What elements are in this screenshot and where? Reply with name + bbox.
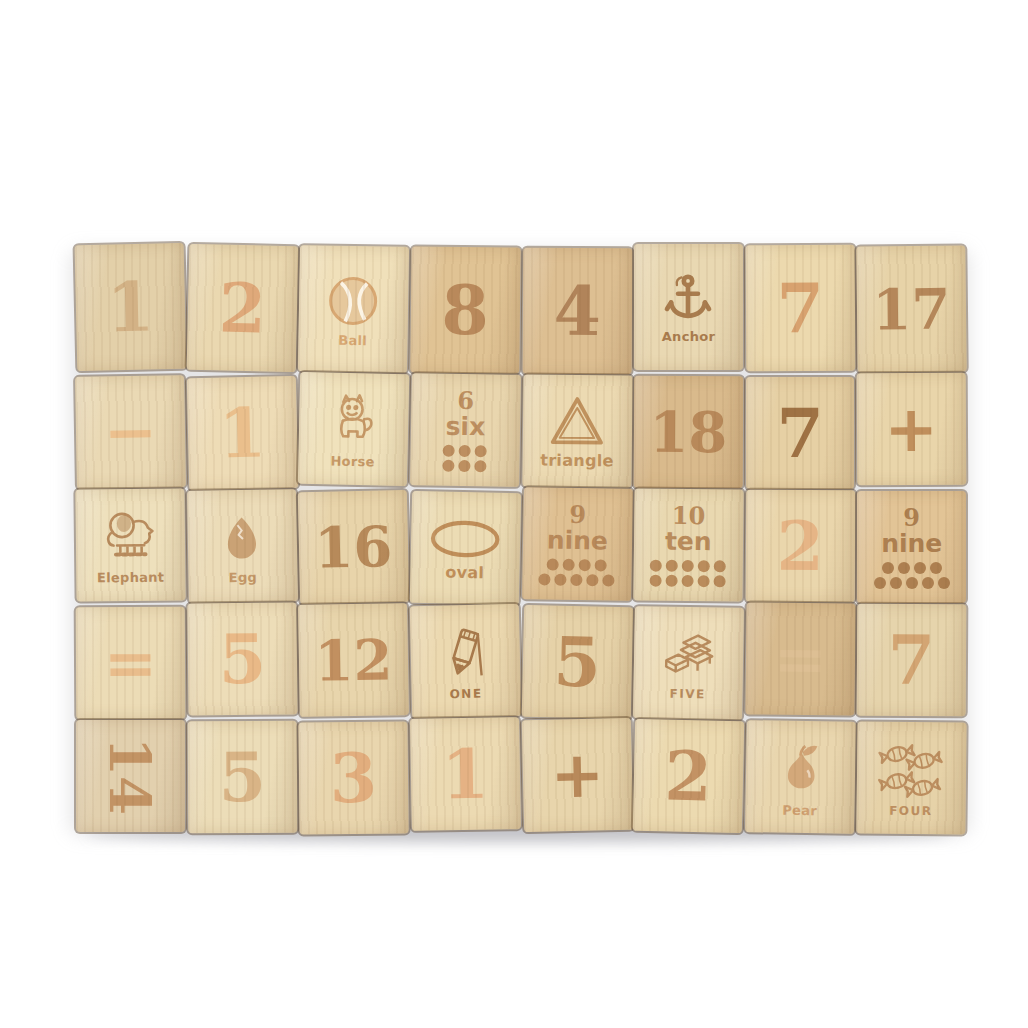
block-face: Elephant bbox=[96, 506, 164, 585]
block-face: 1 bbox=[218, 398, 267, 467]
block-r3c2[interactable]: Egg bbox=[187, 489, 297, 603]
dot bbox=[570, 573, 582, 585]
dot bbox=[698, 575, 710, 587]
block-r3c5[interactable]: 9nine bbox=[522, 487, 632, 601]
block-r2c2[interactable]: 1 bbox=[186, 376, 297, 490]
block-r1c2[interactable]: 2 bbox=[186, 244, 297, 372]
count-word: nine bbox=[546, 527, 608, 553]
block-r3c7[interactable]: 2 bbox=[745, 490, 854, 603]
count-numeral: 9 bbox=[569, 502, 586, 526]
count-numeral: 6 bbox=[457, 388, 474, 412]
ball-icon bbox=[323, 271, 384, 332]
dot-row bbox=[443, 459, 487, 472]
dot bbox=[602, 574, 614, 586]
block-caption: Ball bbox=[339, 334, 368, 347]
number-glyph: 17 bbox=[872, 281, 951, 338]
block-face: 6six bbox=[443, 388, 488, 472]
block-r3c6[interactable]: 10ten bbox=[634, 488, 744, 601]
dot bbox=[650, 559, 662, 571]
block-face: 18 bbox=[649, 404, 727, 460]
block-face: triangle bbox=[540, 393, 614, 469]
block-face: 7 bbox=[776, 399, 823, 467]
block-r4c6[interactable]: FIVE bbox=[633, 606, 743, 720]
block-r4c4[interactable]: ONE bbox=[410, 604, 521, 718]
dot bbox=[930, 562, 942, 574]
block-r2c8[interactable]: + bbox=[857, 373, 966, 486]
block-r5c7[interactable]: Pear bbox=[745, 720, 855, 834]
block-r5c4[interactable]: 1 bbox=[410, 717, 520, 831]
block-face: 5 bbox=[218, 743, 266, 811]
block-face: = bbox=[103, 631, 157, 695]
block-face: 4 bbox=[553, 277, 601, 345]
block-face: 5 bbox=[552, 627, 601, 696]
dot bbox=[698, 560, 710, 572]
number-glyph: 5 bbox=[218, 625, 266, 694]
dot bbox=[714, 560, 726, 572]
block-r5c5[interactable]: + bbox=[521, 718, 632, 832]
dot bbox=[714, 575, 726, 587]
dot bbox=[538, 573, 550, 585]
number-glyph: 12 bbox=[314, 631, 393, 688]
block-face: 7 bbox=[888, 626, 936, 694]
candies-icon bbox=[877, 739, 946, 802]
number-glyph: 2 bbox=[218, 273, 267, 342]
block-face: oval bbox=[426, 515, 503, 582]
pencil-icon bbox=[435, 622, 494, 685]
dot bbox=[586, 574, 598, 586]
dot bbox=[938, 577, 950, 589]
block-caption: FIVE bbox=[670, 687, 706, 700]
block-caption: Pear bbox=[782, 804, 817, 818]
books-icon bbox=[657, 626, 720, 685]
block-r2c3[interactable]: Horse bbox=[298, 372, 409, 486]
block-r4c5[interactable]: 5 bbox=[521, 605, 632, 719]
egg-icon bbox=[215, 508, 268, 569]
number-glyph: 14 bbox=[102, 737, 158, 815]
dot bbox=[475, 445, 487, 457]
block-face: 9nine bbox=[538, 502, 615, 586]
oval-icon bbox=[427, 515, 504, 563]
count-dots bbox=[443, 444, 487, 472]
block-face: 1 bbox=[441, 740, 489, 809]
dot bbox=[874, 577, 886, 589]
block-r5c8[interactable]: FOUR bbox=[857, 721, 967, 834]
elephant-icon bbox=[98, 506, 163, 569]
count-word: ten bbox=[665, 528, 712, 554]
block-face: 2 bbox=[218, 273, 267, 342]
block-r2c6[interactable]: 18 bbox=[634, 376, 743, 489]
dot-row bbox=[538, 558, 614, 571]
photo-canvas: 12Ball84Anchor717−1Horse6sixtriangle187+… bbox=[0, 0, 1028, 1028]
block-r5c3[interactable]: 3 bbox=[299, 721, 409, 834]
number-glyph: 7 bbox=[776, 399, 823, 467]
dot bbox=[459, 459, 471, 471]
block-caption: Egg bbox=[228, 571, 257, 584]
dot bbox=[562, 558, 574, 570]
block-face: 16 bbox=[314, 518, 393, 576]
block-r2c1[interactable]: − bbox=[75, 375, 185, 489]
count-dots bbox=[538, 558, 614, 586]
block-caption: triangle bbox=[540, 452, 614, 469]
horse-icon bbox=[322, 389, 385, 452]
symbol-glyph: − bbox=[103, 400, 158, 465]
number-glyph: 7 bbox=[888, 626, 936, 694]
dot bbox=[682, 574, 694, 586]
number-glyph: 1 bbox=[441, 740, 489, 809]
block-face: FIVE bbox=[657, 626, 720, 700]
symbol-glyph: + bbox=[549, 742, 604, 807]
symbol-glyph: = bbox=[773, 627, 827, 692]
dot bbox=[666, 559, 678, 571]
block-face: 14 bbox=[91, 748, 169, 804]
dot bbox=[443, 444, 455, 456]
block-caption: FOUR bbox=[890, 804, 934, 816]
triangle-icon bbox=[545, 393, 610, 450]
number-glyph: 4 bbox=[553, 277, 601, 345]
block-r1c1[interactable]: 1 bbox=[75, 243, 186, 371]
block-face: 10ten bbox=[650, 503, 727, 587]
block-face: 7 bbox=[776, 274, 824, 342]
number-glyph: 2 bbox=[664, 741, 713, 810]
count-dots bbox=[874, 562, 950, 589]
block-r2c5[interactable]: triangle bbox=[522, 374, 632, 487]
number-glyph: 7 bbox=[776, 274, 824, 342]
anchor-icon bbox=[660, 271, 716, 327]
count-word: nine bbox=[881, 531, 942, 556]
number-glyph: 3 bbox=[330, 744, 378, 813]
block-caption: ONE bbox=[449, 687, 482, 700]
block-face: + bbox=[885, 397, 939, 461]
block-r5c2[interactable]: 5 bbox=[187, 721, 296, 834]
block-face: Horse bbox=[322, 389, 386, 468]
number-glyph: 18 bbox=[649, 404, 727, 460]
symbol-glyph: + bbox=[885, 397, 939, 461]
block-r5c1[interactable]: 14 bbox=[76, 720, 185, 832]
dot bbox=[890, 577, 902, 589]
block-face: Pear bbox=[770, 737, 829, 818]
number-glyph: 5 bbox=[552, 627, 601, 696]
block-face: 1 bbox=[106, 272, 155, 341]
block-r1c4[interactable]: 8 bbox=[410, 246, 520, 373]
block-face: Anchor bbox=[660, 271, 716, 343]
block-r4c2[interactable]: 5 bbox=[187, 602, 297, 715]
dot bbox=[554, 573, 566, 585]
block-face: 2 bbox=[664, 741, 713, 810]
dot bbox=[914, 562, 926, 574]
block-r2c7[interactable]: 7 bbox=[746, 377, 855, 489]
number-glyph: 1 bbox=[218, 398, 267, 467]
dot bbox=[459, 444, 471, 456]
block-face: 5 bbox=[218, 625, 266, 694]
block-face: 17 bbox=[872, 281, 951, 338]
number-glyph: 16 bbox=[314, 518, 393, 576]
block-face: = bbox=[773, 627, 827, 692]
count-numeral: 9 bbox=[903, 506, 920, 530]
dot bbox=[922, 577, 934, 589]
block-face: 9nine bbox=[874, 506, 950, 589]
number-glyph: 2 bbox=[776, 512, 824, 580]
block-r1c3[interactable]: Ball bbox=[298, 245, 409, 373]
block-face: Ball bbox=[323, 271, 384, 348]
count-dots bbox=[650, 559, 726, 587]
block-face: 2 bbox=[776, 512, 824, 580]
block-r5c6[interactable]: 2 bbox=[633, 719, 744, 833]
number-glyph: 5 bbox=[218, 743, 266, 811]
block-r1c7[interactable]: 7 bbox=[745, 245, 854, 372]
dot-row bbox=[443, 444, 487, 457]
block-face: ONE bbox=[435, 622, 495, 700]
dot-row bbox=[874, 562, 950, 574]
dot bbox=[898, 562, 910, 574]
symbol-glyph: = bbox=[103, 631, 157, 695]
block-r1c6[interactable]: Anchor bbox=[634, 244, 743, 370]
block-face: 12 bbox=[314, 631, 393, 688]
dot-row bbox=[650, 559, 726, 572]
dot bbox=[443, 459, 455, 471]
pear-icon bbox=[771, 737, 830, 802]
dot bbox=[682, 559, 694, 571]
block-face: 8 bbox=[441, 276, 489, 345]
block-r3c4[interactable]: oval bbox=[410, 491, 521, 605]
block-face: 3 bbox=[330, 744, 378, 813]
block-face: − bbox=[103, 400, 158, 465]
dot-row bbox=[650, 574, 726, 587]
dot-row bbox=[874, 577, 950, 589]
dot bbox=[594, 559, 606, 571]
dot bbox=[666, 574, 678, 586]
blocks-board: 12Ball84Anchor717−1Horse6sixtriangle187+… bbox=[76, 246, 966, 832]
dot bbox=[882, 562, 894, 574]
block-r1c8[interactable]: 17 bbox=[857, 245, 967, 372]
block-caption: oval bbox=[445, 564, 484, 581]
block-r1c5[interactable]: 4 bbox=[522, 248, 631, 375]
block-r4c7[interactable]: = bbox=[745, 602, 855, 715]
block-r3c1[interactable]: Elephant bbox=[75, 488, 185, 601]
block-r2c4[interactable]: 6six bbox=[410, 373, 520, 487]
block-face: + bbox=[549, 742, 604, 807]
dot bbox=[906, 577, 918, 589]
block-r3c3[interactable]: 16 bbox=[298, 490, 409, 604]
count-word: six bbox=[445, 413, 485, 439]
block-r4c8[interactable]: 7 bbox=[857, 604, 966, 717]
block-face: FOUR bbox=[877, 739, 946, 817]
number-glyph: 1 bbox=[106, 272, 155, 341]
dot bbox=[475, 460, 487, 472]
dot bbox=[650, 574, 662, 586]
dot bbox=[578, 559, 590, 571]
dot bbox=[546, 558, 558, 570]
block-caption: Elephant bbox=[97, 571, 165, 585]
block-caption: Anchor bbox=[662, 330, 715, 343]
number-glyph: 8 bbox=[441, 276, 489, 345]
block-r3c8[interactable]: 9nine bbox=[857, 491, 966, 603]
block-r4c1[interactable]: = bbox=[76, 607, 185, 720]
block-r4c3[interactable]: 12 bbox=[298, 603, 408, 717]
dot-row bbox=[538, 573, 614, 586]
count-numeral: 10 bbox=[672, 503, 706, 527]
block-face: Egg bbox=[215, 508, 268, 585]
block-caption: Horse bbox=[331, 454, 376, 468]
